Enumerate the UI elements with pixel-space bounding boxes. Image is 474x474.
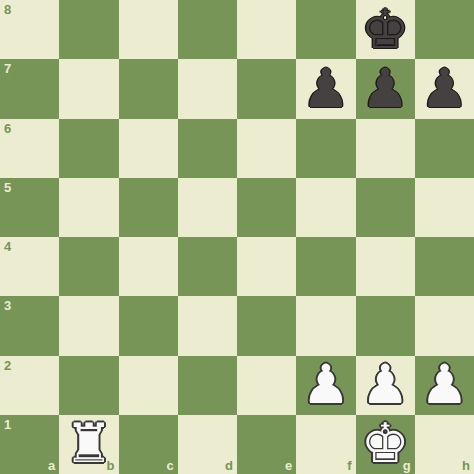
square-c1[interactable]: c	[119, 415, 178, 474]
square-f7[interactable]: ♟	[296, 59, 355, 118]
rank-label-8: 8	[4, 3, 11, 16]
square-a4[interactable]: 4	[0, 237, 59, 296]
square-e7[interactable]	[237, 59, 296, 118]
square-d3[interactable]	[178, 296, 237, 355]
square-g2[interactable]: ♟	[356, 356, 415, 415]
square-b6[interactable]	[59, 119, 118, 178]
white-rook[interactable]: ♜	[65, 417, 113, 471]
rank-label-4: 4	[4, 240, 11, 253]
square-f1[interactable]: f	[296, 415, 355, 474]
square-b3[interactable]	[59, 296, 118, 355]
white-pawn[interactable]: ♟	[420, 358, 468, 412]
square-c2[interactable]	[119, 356, 178, 415]
square-c6[interactable]	[119, 119, 178, 178]
square-g5[interactable]	[356, 178, 415, 237]
square-g8[interactable]: ♚	[356, 0, 415, 59]
rank-label-1: 1	[4, 418, 11, 431]
rank-label-3: 3	[4, 299, 11, 312]
white-pawn[interactable]: ♟	[361, 358, 409, 412]
square-h2[interactable]: ♟	[415, 356, 474, 415]
square-e6[interactable]	[237, 119, 296, 178]
square-b8[interactable]	[59, 0, 118, 59]
square-a5[interactable]: 5	[0, 178, 59, 237]
file-label-h: h	[462, 459, 470, 472]
square-h3[interactable]	[415, 296, 474, 355]
square-f6[interactable]	[296, 119, 355, 178]
square-g1[interactable]: g♚	[356, 415, 415, 474]
square-d1[interactable]: d	[178, 415, 237, 474]
chess-board: 8♚7♟♟♟65432♟♟♟1ab♜cdefg♚h	[0, 0, 474, 474]
file-label-d: d	[225, 459, 233, 472]
square-d5[interactable]	[178, 178, 237, 237]
square-b2[interactable]	[59, 356, 118, 415]
square-h8[interactable]	[415, 0, 474, 59]
rank-label-7: 7	[4, 62, 11, 75]
square-d2[interactable]	[178, 356, 237, 415]
file-label-f: f	[347, 459, 351, 472]
black-pawn[interactable]: ♟	[302, 62, 350, 116]
square-b7[interactable]	[59, 59, 118, 118]
square-a8[interactable]: 8	[0, 0, 59, 59]
square-e3[interactable]	[237, 296, 296, 355]
square-d8[interactable]	[178, 0, 237, 59]
square-d4[interactable]	[178, 237, 237, 296]
file-label-e: e	[285, 459, 292, 472]
square-d6[interactable]	[178, 119, 237, 178]
square-c7[interactable]	[119, 59, 178, 118]
square-h1[interactable]: h	[415, 415, 474, 474]
square-f4[interactable]	[296, 237, 355, 296]
square-h5[interactable]	[415, 178, 474, 237]
square-h6[interactable]	[415, 119, 474, 178]
square-f3[interactable]	[296, 296, 355, 355]
square-c5[interactable]	[119, 178, 178, 237]
square-a6[interactable]: 6	[0, 119, 59, 178]
square-b4[interactable]	[59, 237, 118, 296]
square-g4[interactable]	[356, 237, 415, 296]
square-e5[interactable]	[237, 178, 296, 237]
square-b1[interactable]: b♜	[59, 415, 118, 474]
black-pawn[interactable]: ♟	[420, 62, 468, 116]
white-pawn[interactable]: ♟	[302, 358, 350, 412]
black-pawn[interactable]: ♟	[361, 62, 409, 116]
square-e1[interactable]: e	[237, 415, 296, 474]
square-d7[interactable]	[178, 59, 237, 118]
square-e2[interactable]	[237, 356, 296, 415]
square-h7[interactable]: ♟	[415, 59, 474, 118]
square-a3[interactable]: 3	[0, 296, 59, 355]
square-g6[interactable]	[356, 119, 415, 178]
square-e8[interactable]	[237, 0, 296, 59]
square-c3[interactable]	[119, 296, 178, 355]
square-f5[interactable]	[296, 178, 355, 237]
square-e4[interactable]	[237, 237, 296, 296]
rank-label-5: 5	[4, 181, 11, 194]
square-c8[interactable]	[119, 0, 178, 59]
square-a2[interactable]: 2	[0, 356, 59, 415]
rank-label-2: 2	[4, 359, 11, 372]
square-c4[interactable]	[119, 237, 178, 296]
square-b5[interactable]	[59, 178, 118, 237]
square-f2[interactable]: ♟	[296, 356, 355, 415]
file-label-a: a	[48, 459, 55, 472]
square-a7[interactable]: 7	[0, 59, 59, 118]
white-king[interactable]: ♚	[361, 417, 409, 471]
black-king[interactable]: ♚	[361, 3, 409, 57]
square-g7[interactable]: ♟	[356, 59, 415, 118]
file-label-c: c	[167, 459, 174, 472]
square-a1[interactable]: 1a	[0, 415, 59, 474]
rank-label-6: 6	[4, 122, 11, 135]
square-g3[interactable]	[356, 296, 415, 355]
square-f8[interactable]	[296, 0, 355, 59]
square-h4[interactable]	[415, 237, 474, 296]
